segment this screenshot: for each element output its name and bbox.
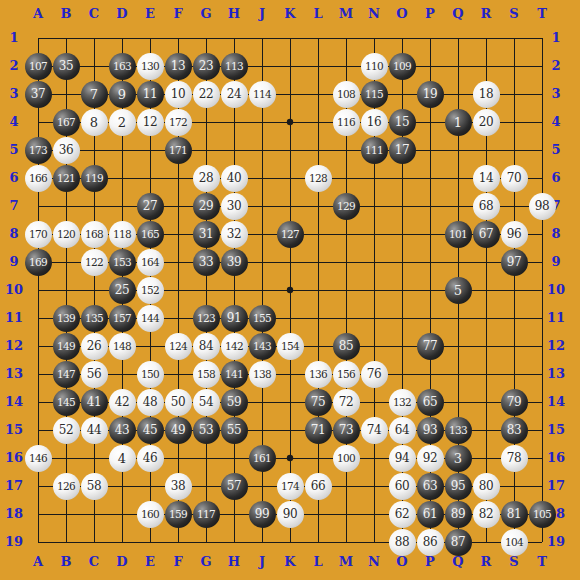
point-H2[interactable]: 113 <box>220 52 248 80</box>
point-J14[interactable] <box>248 388 276 416</box>
point-T1[interactable] <box>528 24 556 52</box>
point-N2[interactable]: 110 <box>360 52 388 80</box>
point-R15[interactable] <box>472 416 500 444</box>
white-stone-116-M4[interactable]: 116 <box>333 109 360 136</box>
black-stone-169-A9[interactable]: 169 <box>25 249 52 276</box>
point-C9[interactable]: 122 <box>80 248 108 276</box>
point-T18[interactable]: 105 <box>528 500 556 528</box>
point-M18[interactable] <box>332 500 360 528</box>
point-R4[interactable]: 20 <box>472 108 500 136</box>
black-stone-101-Q8[interactable]: 101 <box>445 221 472 248</box>
point-Q3[interactable] <box>444 80 472 108</box>
white-stone-62-O18[interactable]: 62 <box>389 501 416 528</box>
point-N1[interactable] <box>360 24 388 52</box>
point-P4[interactable] <box>416 108 444 136</box>
point-F17[interactable]: 38 <box>164 472 192 500</box>
white-stone-48-E14[interactable]: 48 <box>137 389 164 416</box>
black-stone-109-O2[interactable]: 109 <box>389 53 416 80</box>
point-R12[interactable] <box>472 332 500 360</box>
black-stone-157-D11[interactable]: 157 <box>109 305 136 332</box>
white-stone-148-D12[interactable]: 148 <box>109 333 136 360</box>
point-M8[interactable] <box>332 220 360 248</box>
point-P9[interactable] <box>416 248 444 276</box>
point-M6[interactable] <box>332 164 360 192</box>
point-M2[interactable] <box>332 52 360 80</box>
point-G4[interactable] <box>192 108 220 136</box>
point-C12[interactable]: 26 <box>80 332 108 360</box>
black-stone-89-Q18[interactable]: 89 <box>445 501 472 528</box>
point-H11[interactable]: 91 <box>220 304 248 332</box>
white-stone-20-R4[interactable]: 20 <box>473 109 500 136</box>
point-E15[interactable]: 45 <box>136 416 164 444</box>
point-F6[interactable] <box>164 164 192 192</box>
white-stone-32-H8[interactable]: 32 <box>221 221 248 248</box>
white-stone-138-J13[interactable]: 138 <box>249 361 276 388</box>
point-S4[interactable] <box>500 108 528 136</box>
point-M10[interactable] <box>332 276 360 304</box>
black-stone-171-F5[interactable]: 171 <box>165 137 192 164</box>
black-stone-121-B6[interactable]: 121 <box>53 165 80 192</box>
point-T4[interactable] <box>528 108 556 136</box>
point-G11[interactable]: 123 <box>192 304 220 332</box>
point-T5[interactable] <box>528 136 556 164</box>
white-stone-136-L13[interactable]: 136 <box>305 361 332 388</box>
point-N9[interactable] <box>360 248 388 276</box>
white-stone-82-R18[interactable]: 82 <box>473 501 500 528</box>
point-J16[interactable]: 161 <box>248 444 276 472</box>
white-stone-24-H3[interactable]: 24 <box>221 81 248 108</box>
white-stone-28-G6[interactable]: 28 <box>193 165 220 192</box>
point-M7[interactable]: 129 <box>332 192 360 220</box>
black-stone-75-L14[interactable]: 75 <box>305 389 332 416</box>
point-D17[interactable] <box>108 472 136 500</box>
black-stone-15-O4[interactable]: 15 <box>389 109 416 136</box>
point-G10[interactable] <box>192 276 220 304</box>
point-S15[interactable]: 83 <box>500 416 528 444</box>
point-Q18[interactable]: 89 <box>444 500 472 528</box>
point-K9[interactable] <box>276 248 304 276</box>
black-stone-95-Q17[interactable]: 95 <box>445 473 472 500</box>
point-H9[interactable]: 39 <box>220 248 248 276</box>
point-A11[interactable] <box>24 304 52 332</box>
point-S6[interactable]: 70 <box>500 164 528 192</box>
black-stone-31-G8[interactable]: 31 <box>193 221 220 248</box>
point-R19[interactable] <box>472 528 500 556</box>
white-stone-122-C9[interactable]: 122 <box>81 249 108 276</box>
point-D4[interactable]: 2 <box>108 108 136 136</box>
point-G19[interactable] <box>192 528 220 556</box>
point-E12[interactable] <box>136 332 164 360</box>
point-L10[interactable] <box>304 276 332 304</box>
black-stone-99-J18[interactable]: 99 <box>249 501 276 528</box>
point-K14[interactable] <box>276 388 304 416</box>
point-O3[interactable] <box>388 80 416 108</box>
point-T12[interactable] <box>528 332 556 360</box>
point-L14[interactable]: 75 <box>304 388 332 416</box>
black-stone-119-C6[interactable]: 119 <box>81 165 108 192</box>
point-T11[interactable] <box>528 304 556 332</box>
white-stone-146-A16[interactable]: 146 <box>25 445 52 472</box>
point-K13[interactable] <box>276 360 304 388</box>
white-stone-38-F17[interactable]: 38 <box>165 473 192 500</box>
point-A1[interactable] <box>24 24 52 52</box>
point-Q12[interactable] <box>444 332 472 360</box>
white-stone-120-B8[interactable]: 120 <box>53 221 80 248</box>
point-D3[interactable]: 9 <box>108 80 136 108</box>
point-P5[interactable] <box>416 136 444 164</box>
black-stone-139-B11[interactable]: 139 <box>53 305 80 332</box>
point-D6[interactable] <box>108 164 136 192</box>
point-P12[interactable]: 77 <box>416 332 444 360</box>
white-stone-100-M16[interactable]: 100 <box>333 445 360 472</box>
point-H12[interactable]: 142 <box>220 332 248 360</box>
black-stone-143-J12[interactable]: 143 <box>249 333 276 360</box>
point-Q1[interactable] <box>444 24 472 52</box>
point-B15[interactable]: 52 <box>52 416 80 444</box>
point-G17[interactable] <box>192 472 220 500</box>
white-stone-36-B5[interactable]: 36 <box>53 137 80 164</box>
white-stone-154-K12[interactable]: 154 <box>277 333 304 360</box>
point-H14[interactable]: 59 <box>220 388 248 416</box>
point-C4[interactable]: 8 <box>80 108 108 136</box>
black-stone-61-P18[interactable]: 61 <box>417 501 444 528</box>
black-stone-165-E8[interactable]: 165 <box>137 221 164 248</box>
black-stone-129-M7[interactable]: 129 <box>333 193 360 220</box>
point-N16[interactable] <box>360 444 388 472</box>
black-stone-93-P15[interactable]: 93 <box>417 417 444 444</box>
black-stone-43-D15[interactable]: 43 <box>109 417 136 444</box>
point-Q5[interactable] <box>444 136 472 164</box>
point-B18[interactable] <box>52 500 80 528</box>
point-B3[interactable] <box>52 80 80 108</box>
point-E10[interactable]: 152 <box>136 276 164 304</box>
white-stone-40-H6[interactable]: 40 <box>221 165 248 192</box>
white-stone-124-F12[interactable]: 124 <box>165 333 192 360</box>
point-C1[interactable] <box>80 24 108 52</box>
point-B19[interactable] <box>52 528 80 556</box>
point-O11[interactable] <box>388 304 416 332</box>
point-O19[interactable]: 88 <box>388 528 416 556</box>
point-H4[interactable] <box>220 108 248 136</box>
black-stone-67-R8[interactable]: 67 <box>473 221 500 248</box>
point-O6[interactable] <box>388 164 416 192</box>
point-E11[interactable]: 144 <box>136 304 164 332</box>
point-P13[interactable] <box>416 360 444 388</box>
point-F16[interactable] <box>164 444 192 472</box>
white-stone-68-R7[interactable]: 68 <box>473 193 500 220</box>
black-stone-83-S15[interactable]: 83 <box>501 417 528 444</box>
black-stone-81-S18[interactable]: 81 <box>501 501 528 528</box>
black-stone-39-H9[interactable]: 39 <box>221 249 248 276</box>
point-T17[interactable] <box>528 472 556 500</box>
point-L19[interactable] <box>304 528 332 556</box>
black-stone-13-F2[interactable]: 13 <box>165 53 192 80</box>
point-H15[interactable]: 55 <box>220 416 248 444</box>
point-M5[interactable] <box>332 136 360 164</box>
point-N18[interactable] <box>360 500 388 528</box>
point-K1[interactable] <box>276 24 304 52</box>
point-H5[interactable] <box>220 136 248 164</box>
point-D2[interactable]: 163 <box>108 52 136 80</box>
point-N6[interactable] <box>360 164 388 192</box>
point-G14[interactable]: 54 <box>192 388 220 416</box>
black-stone-73-M15[interactable]: 73 <box>333 417 360 444</box>
white-stone-26-C12[interactable]: 26 <box>81 333 108 360</box>
point-G1[interactable] <box>192 24 220 52</box>
point-R18[interactable]: 82 <box>472 500 500 528</box>
point-D15[interactable]: 43 <box>108 416 136 444</box>
white-stone-70-S6[interactable]: 70 <box>501 165 528 192</box>
point-R6[interactable]: 14 <box>472 164 500 192</box>
black-stone-91-H11[interactable]: 91 <box>221 305 248 332</box>
white-stone-174-K17[interactable]: 174 <box>277 473 304 500</box>
black-stone-167-B4[interactable]: 167 <box>53 109 80 136</box>
point-A6[interactable]: 166 <box>24 164 52 192</box>
point-O5[interactable]: 17 <box>388 136 416 164</box>
white-stone-64-O15[interactable]: 64 <box>389 417 416 444</box>
black-stone-163-D2[interactable]: 163 <box>109 53 136 80</box>
point-H10[interactable] <box>220 276 248 304</box>
point-A12[interactable] <box>24 332 52 360</box>
point-Q2[interactable] <box>444 52 472 80</box>
black-stone-59-H14[interactable]: 59 <box>221 389 248 416</box>
point-H3[interactable]: 24 <box>220 80 248 108</box>
point-E18[interactable]: 160 <box>136 500 164 528</box>
point-B8[interactable]: 120 <box>52 220 80 248</box>
point-A2[interactable]: 107 <box>24 52 52 80</box>
point-F11[interactable] <box>164 304 192 332</box>
point-D11[interactable]: 157 <box>108 304 136 332</box>
point-E5[interactable] <box>136 136 164 164</box>
white-stone-118-D8[interactable]: 118 <box>109 221 136 248</box>
black-stone-113-H2[interactable]: 113 <box>221 53 248 80</box>
point-L2[interactable] <box>304 52 332 80</box>
white-stone-170-A8[interactable]: 170 <box>25 221 52 248</box>
point-T13[interactable] <box>528 360 556 388</box>
white-stone-96-S8[interactable]: 96 <box>501 221 528 248</box>
white-stone-150-E13[interactable]: 150 <box>137 361 164 388</box>
point-N4[interactable]: 16 <box>360 108 388 136</box>
white-stone-66-L17[interactable]: 66 <box>305 473 332 500</box>
point-S8[interactable]: 96 <box>500 220 528 248</box>
point-C5[interactable] <box>80 136 108 164</box>
white-stone-84-G12[interactable]: 84 <box>193 333 220 360</box>
point-P14[interactable]: 65 <box>416 388 444 416</box>
point-N3[interactable]: 115 <box>360 80 388 108</box>
black-stone-57-H17[interactable]: 57 <box>221 473 248 500</box>
point-B12[interactable]: 149 <box>52 332 80 360</box>
point-O7[interactable] <box>388 192 416 220</box>
point-J18[interactable]: 99 <box>248 500 276 528</box>
point-K8[interactable]: 127 <box>276 220 304 248</box>
white-stone-126-B17[interactable]: 126 <box>53 473 80 500</box>
point-T19[interactable] <box>528 528 556 556</box>
point-L1[interactable] <box>304 24 332 52</box>
point-H13[interactable]: 141 <box>220 360 248 388</box>
point-L11[interactable] <box>304 304 332 332</box>
point-C16[interactable] <box>80 444 108 472</box>
white-stone-50-F14[interactable]: 50 <box>165 389 192 416</box>
point-P3[interactable]: 19 <box>416 80 444 108</box>
point-K2[interactable] <box>276 52 304 80</box>
point-G2[interactable]: 23 <box>192 52 220 80</box>
point-N15[interactable]: 74 <box>360 416 388 444</box>
white-stone-128-L6[interactable]: 128 <box>305 165 332 192</box>
black-stone-45-E15[interactable]: 45 <box>137 417 164 444</box>
point-Q8[interactable]: 101 <box>444 220 472 248</box>
point-G18[interactable]: 117 <box>192 500 220 528</box>
point-K19[interactable] <box>276 528 304 556</box>
white-stone-22-G3[interactable]: 22 <box>193 81 220 108</box>
black-stone-63-P17[interactable]: 63 <box>417 473 444 500</box>
point-A16[interactable]: 146 <box>24 444 52 472</box>
white-stone-114-J3[interactable]: 114 <box>249 81 276 108</box>
point-L18[interactable] <box>304 500 332 528</box>
point-S18[interactable]: 81 <box>500 500 528 528</box>
point-T15[interactable] <box>528 416 556 444</box>
point-R17[interactable]: 80 <box>472 472 500 500</box>
black-stone-3-Q16[interactable]: 3 <box>445 445 472 472</box>
white-stone-92-P16[interactable]: 92 <box>417 445 444 472</box>
point-J7[interactable] <box>248 192 276 220</box>
point-R8[interactable]: 67 <box>472 220 500 248</box>
point-L12[interactable] <box>304 332 332 360</box>
white-stone-4-D16[interactable]: 4 <box>109 445 136 472</box>
point-A5[interactable]: 173 <box>24 136 52 164</box>
black-stone-19-P3[interactable]: 19 <box>417 81 444 108</box>
black-stone-71-L15[interactable]: 71 <box>305 417 332 444</box>
white-stone-158-G13[interactable]: 158 <box>193 361 220 388</box>
point-Q6[interactable] <box>444 164 472 192</box>
black-stone-17-O5[interactable]: 17 <box>389 137 416 164</box>
point-T14[interactable] <box>528 388 556 416</box>
white-stone-44-C15[interactable]: 44 <box>81 417 108 444</box>
point-D19[interactable] <box>108 528 136 556</box>
white-stone-78-S16[interactable]: 78 <box>501 445 528 472</box>
point-A15[interactable] <box>24 416 52 444</box>
black-stone-27-E7[interactable]: 27 <box>137 193 164 220</box>
black-stone-5-Q10[interactable]: 5 <box>445 277 472 304</box>
black-stone-1-Q4[interactable]: 1 <box>445 109 472 136</box>
black-stone-135-C11[interactable]: 135 <box>81 305 108 332</box>
point-B10[interactable] <box>52 276 80 304</box>
black-stone-77-P12[interactable]: 77 <box>417 333 444 360</box>
point-R13[interactable] <box>472 360 500 388</box>
point-J13[interactable]: 138 <box>248 360 276 388</box>
point-Q14[interactable] <box>444 388 472 416</box>
point-Q4[interactable]: 1 <box>444 108 472 136</box>
point-J4[interactable] <box>248 108 276 136</box>
point-E19[interactable] <box>136 528 164 556</box>
point-B9[interactable] <box>52 248 80 276</box>
point-O4[interactable]: 15 <box>388 108 416 136</box>
point-E4[interactable]: 12 <box>136 108 164 136</box>
point-J11[interactable]: 155 <box>248 304 276 332</box>
point-R3[interactable]: 18 <box>472 80 500 108</box>
white-stone-152-E10[interactable]: 152 <box>137 277 164 304</box>
point-S12[interactable] <box>500 332 528 360</box>
point-E3[interactable]: 11 <box>136 80 164 108</box>
point-P11[interactable] <box>416 304 444 332</box>
white-stone-8-C4[interactable]: 8 <box>81 109 108 136</box>
point-R1[interactable] <box>472 24 500 52</box>
point-T10[interactable] <box>528 276 556 304</box>
point-T2[interactable] <box>528 52 556 80</box>
point-L16[interactable] <box>304 444 332 472</box>
point-B16[interactable] <box>52 444 80 472</box>
point-M19[interactable] <box>332 528 360 556</box>
point-L4[interactable] <box>304 108 332 136</box>
black-stone-133-Q15[interactable]: 133 <box>445 417 472 444</box>
black-stone-11-E3[interactable]: 11 <box>137 81 164 108</box>
point-M12[interactable]: 85 <box>332 332 360 360</box>
point-T16[interactable] <box>528 444 556 472</box>
black-stone-65-P14[interactable]: 65 <box>417 389 444 416</box>
point-F1[interactable] <box>164 24 192 52</box>
white-stone-142-H12[interactable]: 142 <box>221 333 248 360</box>
point-A9[interactable]: 169 <box>24 248 52 276</box>
point-J6[interactable] <box>248 164 276 192</box>
black-stone-153-D9[interactable]: 153 <box>109 249 136 276</box>
black-stone-25-D10[interactable]: 25 <box>109 277 136 304</box>
point-S14[interactable]: 79 <box>500 388 528 416</box>
point-G6[interactable]: 28 <box>192 164 220 192</box>
white-stone-2-D4[interactable]: 2 <box>109 109 136 136</box>
point-P2[interactable] <box>416 52 444 80</box>
point-Q15[interactable]: 133 <box>444 416 472 444</box>
point-S11[interactable] <box>500 304 528 332</box>
point-S10[interactable] <box>500 276 528 304</box>
white-stone-90-K18[interactable]: 90 <box>277 501 304 528</box>
white-stone-94-O16[interactable]: 94 <box>389 445 416 472</box>
point-D5[interactable] <box>108 136 136 164</box>
black-stone-37-A3[interactable]: 37 <box>25 81 52 108</box>
point-O12[interactable] <box>388 332 416 360</box>
black-stone-41-C14[interactable]: 41 <box>81 389 108 416</box>
point-P18[interactable]: 61 <box>416 500 444 528</box>
point-Q11[interactable] <box>444 304 472 332</box>
point-E8[interactable]: 165 <box>136 220 164 248</box>
point-F12[interactable]: 124 <box>164 332 192 360</box>
point-F14[interactable]: 50 <box>164 388 192 416</box>
white-stone-104-S19[interactable]: 104 <box>501 529 528 556</box>
point-H8[interactable]: 32 <box>220 220 248 248</box>
point-C18[interactable] <box>80 500 108 528</box>
point-B5[interactable]: 36 <box>52 136 80 164</box>
white-stone-42-D14[interactable]: 42 <box>109 389 136 416</box>
white-stone-160-E18[interactable]: 160 <box>137 501 164 528</box>
point-F7[interactable] <box>164 192 192 220</box>
point-F2[interactable]: 13 <box>164 52 192 80</box>
point-E2[interactable]: 130 <box>136 52 164 80</box>
point-K16[interactable] <box>276 444 304 472</box>
point-N12[interactable] <box>360 332 388 360</box>
point-M17[interactable] <box>332 472 360 500</box>
point-E14[interactable]: 48 <box>136 388 164 416</box>
point-M3[interactable]: 108 <box>332 80 360 108</box>
black-stone-53-G15[interactable]: 53 <box>193 417 220 444</box>
point-P8[interactable] <box>416 220 444 248</box>
point-J8[interactable] <box>248 220 276 248</box>
point-Q10[interactable]: 5 <box>444 276 472 304</box>
point-A14[interactable] <box>24 388 52 416</box>
point-R14[interactable] <box>472 388 500 416</box>
point-S2[interactable] <box>500 52 528 80</box>
point-D16[interactable]: 4 <box>108 444 136 472</box>
point-B7[interactable] <box>52 192 80 220</box>
point-M16[interactable]: 100 <box>332 444 360 472</box>
white-stone-10-F3[interactable]: 10 <box>165 81 192 108</box>
